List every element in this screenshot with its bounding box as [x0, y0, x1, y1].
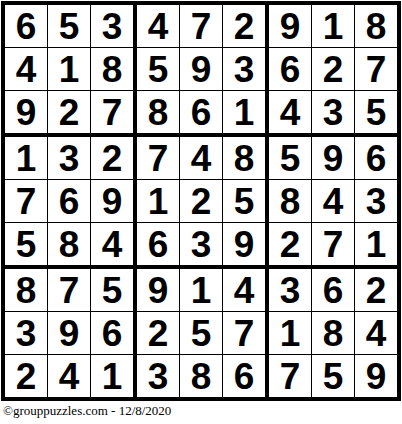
box-0-2: 918627435	[269, 5, 397, 133]
cell-r2c9[interactable]: 7	[355, 48, 397, 90]
cell-r8c1[interactable]: 3	[5, 312, 47, 354]
cell-r1c1[interactable]: 6	[5, 5, 47, 47]
cell-r2c5[interactable]: 9	[180, 48, 222, 90]
cell-r1c5[interactable]: 7	[180, 5, 222, 47]
cell-r5c3[interactable]: 9	[91, 180, 133, 222]
cell-r4c9[interactable]: 6	[355, 137, 397, 179]
cell-r9c3[interactable]: 1	[91, 355, 133, 397]
cell-r9c4[interactable]: 3	[137, 355, 179, 397]
box-1-2: 596843271	[269, 137, 397, 265]
cell-r8c8[interactable]: 8	[312, 312, 354, 354]
cell-r3c7[interactable]: 4	[269, 91, 311, 133]
cell-r7c8[interactable]: 6	[312, 269, 354, 311]
cell-r1c2[interactable]: 5	[48, 5, 90, 47]
cell-r4c3[interactable]: 2	[91, 137, 133, 179]
cell-r5c8[interactable]: 4	[312, 180, 354, 222]
cell-r5c1[interactable]: 7	[5, 180, 47, 222]
cell-r6c5[interactable]: 3	[180, 223, 222, 265]
box-2-1: 914257386	[137, 269, 265, 397]
cell-r7c9[interactable]: 2	[355, 269, 397, 311]
cell-r7c6[interactable]: 4	[223, 269, 265, 311]
cell-r6c7[interactable]: 2	[269, 223, 311, 265]
cell-r3c1[interactable]: 9	[5, 91, 47, 133]
box-1-1: 748125639	[137, 137, 265, 265]
cell-r4c4[interactable]: 7	[137, 137, 179, 179]
cell-r3c6[interactable]: 1	[223, 91, 265, 133]
cell-r6c2[interactable]: 8	[48, 223, 90, 265]
cell-r8c4[interactable]: 2	[137, 312, 179, 354]
cell-r9c2[interactable]: 4	[48, 355, 90, 397]
cell-r3c5[interactable]: 6	[180, 91, 222, 133]
cell-r4c6[interactable]: 8	[223, 137, 265, 179]
cell-r9c8[interactable]: 5	[312, 355, 354, 397]
cell-r6c6[interactable]: 9	[223, 223, 265, 265]
cell-r2c6[interactable]: 3	[223, 48, 265, 90]
cell-r6c8[interactable]: 7	[312, 223, 354, 265]
cell-r2c8[interactable]: 2	[312, 48, 354, 90]
cell-r7c7[interactable]: 3	[269, 269, 311, 311]
cell-r5c9[interactable]: 3	[355, 180, 397, 222]
cell-r5c7[interactable]: 8	[269, 180, 311, 222]
cell-r7c5[interactable]: 1	[180, 269, 222, 311]
cell-r1c8[interactable]: 1	[312, 5, 354, 47]
cell-r1c3[interactable]: 3	[91, 5, 133, 47]
cell-r6c1[interactable]: 5	[5, 223, 47, 265]
cell-r9c5[interactable]: 8	[180, 355, 222, 397]
cell-r1c9[interactable]: 8	[355, 5, 397, 47]
box-1-0: 132769584	[5, 137, 133, 265]
cell-r7c4[interactable]: 9	[137, 269, 179, 311]
cell-r7c2[interactable]: 7	[48, 269, 90, 311]
cell-r1c4[interactable]: 4	[137, 5, 179, 47]
sudoku-board: 6534189274725938619186274351327695847481…	[1, 1, 401, 401]
cell-r4c5[interactable]: 4	[180, 137, 222, 179]
cell-r5c4[interactable]: 1	[137, 180, 179, 222]
cell-r2c4[interactable]: 5	[137, 48, 179, 90]
cell-r2c2[interactable]: 1	[48, 48, 90, 90]
box-2-0: 875396241	[5, 269, 133, 397]
cell-r1c7[interactable]: 9	[269, 5, 311, 47]
copyright-credit: ©grouppuzzles.com - 12/8/2020	[3, 403, 171, 419]
cell-r4c7[interactable]: 5	[269, 137, 311, 179]
cell-r8c3[interactable]: 6	[91, 312, 133, 354]
cell-r3c3[interactable]: 7	[91, 91, 133, 133]
cell-r2c3[interactable]: 8	[91, 48, 133, 90]
cell-r3c2[interactable]: 2	[48, 91, 90, 133]
cell-r2c1[interactable]: 4	[5, 48, 47, 90]
cell-r8c6[interactable]: 7	[223, 312, 265, 354]
cell-r4c2[interactable]: 3	[48, 137, 90, 179]
cell-r1c6[interactable]: 2	[223, 5, 265, 47]
cell-r9c1[interactable]: 2	[5, 355, 47, 397]
cell-r2c7[interactable]: 6	[269, 48, 311, 90]
box-0-1: 472593861	[137, 5, 265, 133]
cell-r3c9[interactable]: 5	[355, 91, 397, 133]
cell-r7c1[interactable]: 8	[5, 269, 47, 311]
cell-r9c6[interactable]: 6	[223, 355, 265, 397]
box-2-2: 362184759	[269, 269, 397, 397]
cell-r6c4[interactable]: 6	[137, 223, 179, 265]
cell-r6c9[interactable]: 1	[355, 223, 397, 265]
cell-r6c3[interactable]: 4	[91, 223, 133, 265]
cell-r3c8[interactable]: 3	[312, 91, 354, 133]
cell-r8c2[interactable]: 9	[48, 312, 90, 354]
cell-r7c3[interactable]: 5	[91, 269, 133, 311]
cell-r8c5[interactable]: 5	[180, 312, 222, 354]
cell-r5c6[interactable]: 5	[223, 180, 265, 222]
cell-r4c8[interactable]: 9	[312, 137, 354, 179]
cell-r9c7[interactable]: 7	[269, 355, 311, 397]
box-0-0: 653418927	[5, 5, 133, 133]
cell-r5c2[interactable]: 6	[48, 180, 90, 222]
cell-r8c9[interactable]: 4	[355, 312, 397, 354]
cell-r8c7[interactable]: 1	[269, 312, 311, 354]
cell-r9c9[interactable]: 9	[355, 355, 397, 397]
cell-r4c1[interactable]: 1	[5, 137, 47, 179]
cell-r5c5[interactable]: 2	[180, 180, 222, 222]
cell-r3c4[interactable]: 8	[137, 91, 179, 133]
